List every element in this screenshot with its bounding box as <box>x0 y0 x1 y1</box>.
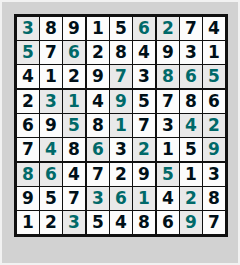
cell-r2c5[interactable]: 8 <box>110 41 132 64</box>
cell-r5c7[interactable]: 3 <box>157 114 179 137</box>
cell-r9c4[interactable]: 5 <box>87 211 109 234</box>
cell-r3c9[interactable]: 5 <box>203 65 225 88</box>
cell-r2c2[interactable]: 7 <box>40 41 62 64</box>
cell-r1c8[interactable]: 7 <box>180 17 202 40</box>
cell-r5c8[interactable]: 4 <box>180 114 202 137</box>
cell-r4c5[interactable]: 9 <box>110 90 132 113</box>
cell-r5c9[interactable]: 2 <box>203 114 225 137</box>
cell-r4c6[interactable]: 5 <box>133 90 155 113</box>
cell-r5c1[interactable]: 6 <box>17 114 39 137</box>
cell-r5c6[interactable]: 7 <box>133 114 155 137</box>
cell-r6c4[interactable]: 6 <box>87 138 109 161</box>
cell-r4c1[interactable]: 2 <box>17 90 39 113</box>
cell-r3c2[interactable]: 1 <box>40 65 62 88</box>
cell-r6c6[interactable]: 2 <box>133 138 155 161</box>
cell-r4c9[interactable]: 6 <box>203 90 225 113</box>
sudoku-app: 3895764121562849732749318652316957484958… <box>0 0 240 265</box>
cell-r9c7[interactable]: 6 <box>157 211 179 234</box>
cell-r7c2[interactable]: 6 <box>40 163 62 186</box>
cell-r2c7[interactable]: 9 <box>157 41 179 64</box>
cell-r8c4[interactable]: 3 <box>87 187 109 210</box>
box-3: 231695748 <box>17 90 85 161</box>
cell-r2c9[interactable]: 1 <box>203 41 225 64</box>
cell-r6c5[interactable]: 3 <box>110 138 132 161</box>
cell-r7c1[interactable]: 8 <box>17 163 39 186</box>
cell-r8c8[interactable]: 2 <box>180 187 202 210</box>
cell-r6c9[interactable]: 9 <box>203 138 225 161</box>
cell-r6c8[interactable]: 5 <box>180 138 202 161</box>
cell-r3c1[interactable]: 4 <box>17 65 39 88</box>
box-6: 864957123 <box>17 163 85 234</box>
cell-r9c5[interactable]: 4 <box>110 211 132 234</box>
cell-r4c3[interactable]: 1 <box>63 90 85 113</box>
box-7: 729361548 <box>87 163 155 234</box>
cell-r8c6[interactable]: 1 <box>133 187 155 210</box>
cell-r6c7[interactable]: 1 <box>157 138 179 161</box>
cell-r5c2[interactable]: 9 <box>40 114 62 137</box>
cell-r3c6[interactable]: 3 <box>133 65 155 88</box>
cell-r2c6[interactable]: 4 <box>133 41 155 64</box>
cell-r1c1[interactable]: 3 <box>17 17 39 40</box>
cell-r1c6[interactable]: 6 <box>133 17 155 40</box>
cell-r9c9[interactable]: 7 <box>203 211 225 234</box>
cell-r6c2[interactable]: 4 <box>40 138 62 161</box>
cell-r4c4[interactable]: 4 <box>87 90 109 113</box>
cell-r1c2[interactable]: 8 <box>40 17 62 40</box>
cell-r9c8[interactable]: 9 <box>180 211 202 234</box>
cell-r7c7[interactable]: 5 <box>157 163 179 186</box>
cell-r5c3[interactable]: 5 <box>63 114 85 137</box>
sudoku-board: 3895764121562849732749318652316957484958… <box>14 14 228 237</box>
cell-r8c2[interactable]: 5 <box>40 187 62 210</box>
box-1: 156284973 <box>87 17 155 88</box>
cell-r4c2[interactable]: 3 <box>40 90 62 113</box>
box-4: 495817632 <box>87 90 155 161</box>
cell-r3c5[interactable]: 7 <box>110 65 132 88</box>
box-0: 389576412 <box>17 17 85 88</box>
cell-r9c3[interactable]: 3 <box>63 211 85 234</box>
cell-r7c9[interactable]: 3 <box>203 163 225 186</box>
cell-r6c1[interactable]: 7 <box>17 138 39 161</box>
cell-r8c5[interactable]: 6 <box>110 187 132 210</box>
cell-r7c4[interactable]: 7 <box>87 163 109 186</box>
cell-r1c7[interactable]: 2 <box>157 17 179 40</box>
box-8: 513428697 <box>157 163 225 234</box>
cell-r1c3[interactable]: 9 <box>63 17 85 40</box>
cell-r1c9[interactable]: 4 <box>203 17 225 40</box>
cell-r6c3[interactable]: 8 <box>63 138 85 161</box>
cell-r8c3[interactable]: 7 <box>63 187 85 210</box>
cell-r2c3[interactable]: 6 <box>63 41 85 64</box>
cell-r5c4[interactable]: 8 <box>87 114 109 137</box>
cell-r7c6[interactable]: 9 <box>133 163 155 186</box>
cell-r4c7[interactable]: 7 <box>157 90 179 113</box>
cell-r3c8[interactable]: 6 <box>180 65 202 88</box>
cell-r2c1[interactable]: 5 <box>17 41 39 64</box>
cell-r7c8[interactable]: 1 <box>180 163 202 186</box>
cell-r3c4[interactable]: 9 <box>87 65 109 88</box>
cell-r3c3[interactable]: 2 <box>63 65 85 88</box>
cell-r8c1[interactable]: 9 <box>17 187 39 210</box>
cell-r8c9[interactable]: 8 <box>203 187 225 210</box>
box-2: 274931865 <box>157 17 225 88</box>
cell-r7c5[interactable]: 2 <box>110 163 132 186</box>
cell-r5c5[interactable]: 1 <box>110 114 132 137</box>
cell-r1c4[interactable]: 1 <box>87 17 109 40</box>
cell-r3c7[interactable]: 8 <box>157 65 179 88</box>
cell-r7c3[interactable]: 4 <box>63 163 85 186</box>
cell-r9c2[interactable]: 2 <box>40 211 62 234</box>
cell-r2c8[interactable]: 3 <box>180 41 202 64</box>
cell-r9c6[interactable]: 8 <box>133 211 155 234</box>
box-5: 786342159 <box>157 90 225 161</box>
cell-r8c7[interactable]: 4 <box>157 187 179 210</box>
cell-r9c1[interactable]: 1 <box>17 211 39 234</box>
cell-r1c5[interactable]: 5 <box>110 17 132 40</box>
cell-r2c4[interactable]: 2 <box>87 41 109 64</box>
cell-r4c8[interactable]: 8 <box>180 90 202 113</box>
